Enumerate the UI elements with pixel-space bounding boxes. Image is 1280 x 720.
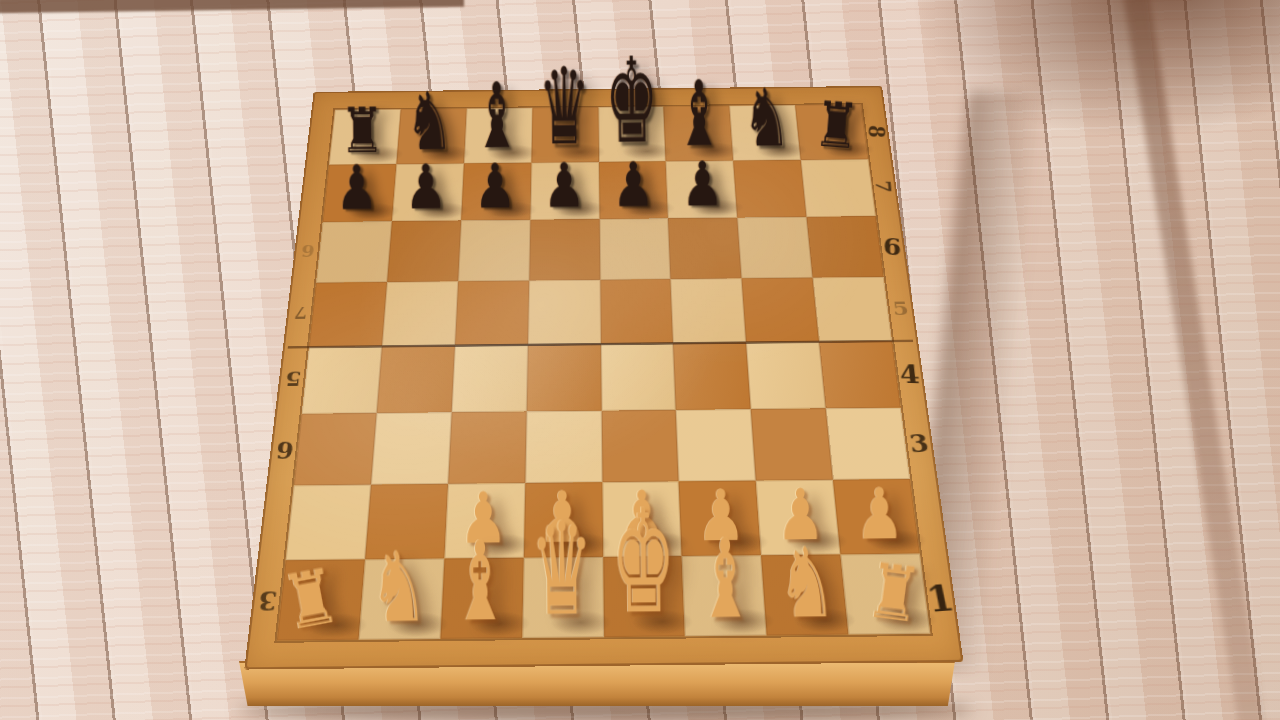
square-a4[interactable] xyxy=(302,346,382,414)
black-pawn-b7[interactable]: ♟ xyxy=(405,158,448,217)
white-rook-h1[interactable]: ♜ xyxy=(862,554,925,632)
white-knight-g1[interactable]: ♞ xyxy=(777,537,836,630)
square-h2[interactable]: ♟ xyxy=(833,479,920,555)
square-a6[interactable] xyxy=(316,221,392,282)
white-queen-d1[interactable]: ♛ xyxy=(530,510,593,633)
black-knight-b8[interactable]: ♞ xyxy=(406,83,455,160)
rank-label-right-7: 7 xyxy=(872,177,895,197)
square-h1[interactable]: ♜ xyxy=(841,554,931,635)
rank-label-left-4: 5 xyxy=(279,369,308,390)
square-g8[interactable]: ♞ xyxy=(730,105,801,160)
square-g4[interactable] xyxy=(746,341,826,409)
board-grid: ♜♞♝♛♚♝♞♜♟♟♟♟♟♟♟♟♟♟♟♟♜♞♝♛♚♝♞♜ xyxy=(277,104,931,640)
rank-label-left-6: 6 xyxy=(295,242,322,258)
black-rook-h8[interactable]: ♜ xyxy=(812,95,861,157)
white-rook-a1[interactable]: ♜ xyxy=(278,559,344,639)
rank-label-right-3: 3 xyxy=(903,431,934,457)
square-e5[interactable] xyxy=(600,279,674,344)
rank-label-left-5: 7 xyxy=(287,304,314,320)
square-f1[interactable]: ♝ xyxy=(682,556,767,637)
rank-label-right-4: 4 xyxy=(895,363,924,388)
white-pawn-h2[interactable]: ♟ xyxy=(855,482,904,550)
white-knight-b1[interactable]: ♞ xyxy=(370,541,429,634)
chessboard: ♜♞♝♛♚♝♞♜♟♟♟♟♟♟♟♟♟♟♟♟♜♞♝♛♚♝♞♜ 87654316756… xyxy=(244,86,963,670)
square-d5[interactable] xyxy=(528,280,601,345)
black-queen-d8[interactable]: ♛ xyxy=(538,58,590,159)
square-b5[interactable] xyxy=(382,281,458,346)
square-h8[interactable]: ♜ xyxy=(795,104,868,159)
square-a5[interactable] xyxy=(309,282,387,347)
rank-label-right-8: 8 xyxy=(865,121,888,141)
square-a1[interactable]: ♜ xyxy=(277,560,365,641)
square-e4[interactable] xyxy=(601,343,677,411)
black-bishop-f8[interactable]: ♝ xyxy=(675,71,722,157)
square-h3[interactable] xyxy=(826,408,910,480)
white-bishop-c1[interactable]: ♝ xyxy=(452,529,509,634)
square-h7[interactable] xyxy=(801,159,876,217)
square-d6[interactable] xyxy=(529,219,600,280)
square-c6[interactable] xyxy=(458,220,530,281)
rank-label-right-6: 6 xyxy=(880,236,905,259)
rank-label-left-1: 3 xyxy=(252,587,284,613)
black-bishop-c8[interactable]: ♝ xyxy=(474,73,521,159)
black-pawn-f7[interactable]: ♟ xyxy=(681,156,724,215)
white-bishop-f1[interactable]: ♝ xyxy=(697,526,754,631)
square-h5[interactable] xyxy=(813,277,892,341)
square-g7[interactable] xyxy=(733,160,806,218)
black-pawn-e7[interactable]: ♟ xyxy=(612,156,655,215)
square-d7[interactable]: ♟ xyxy=(530,162,599,220)
square-f7[interactable]: ♟ xyxy=(666,160,737,218)
square-b4[interactable] xyxy=(377,345,455,413)
square-b3[interactable] xyxy=(371,412,452,484)
black-king-e8[interactable]: ♚ xyxy=(605,45,659,158)
square-c7[interactable]: ♟ xyxy=(461,162,531,220)
square-g5[interactable] xyxy=(742,278,819,342)
square-f3[interactable] xyxy=(676,409,756,481)
square-b7[interactable]: ♟ xyxy=(392,163,464,221)
black-pawn-c7[interactable]: ♟ xyxy=(474,158,517,217)
square-f4[interactable] xyxy=(673,342,751,410)
square-e6[interactable] xyxy=(599,219,671,280)
square-f5[interactable] xyxy=(671,278,746,342)
square-f6[interactable] xyxy=(668,218,741,279)
rank-label-left-3: 6 xyxy=(270,438,300,461)
square-g1[interactable]: ♞ xyxy=(761,555,848,636)
square-d4[interactable] xyxy=(526,344,601,412)
white-king-e1[interactable]: ♚ xyxy=(611,495,677,632)
square-c5[interactable] xyxy=(455,280,529,345)
black-knight-g8[interactable]: ♞ xyxy=(742,80,791,157)
square-h6[interactable] xyxy=(807,216,884,277)
square-c3[interactable] xyxy=(448,412,526,484)
square-a2[interactable] xyxy=(286,484,371,560)
square-a3[interactable] xyxy=(294,413,377,485)
square-c1[interactable]: ♝ xyxy=(440,558,523,639)
square-e3[interactable] xyxy=(601,410,679,482)
square-e1[interactable]: ♚ xyxy=(603,556,686,637)
square-g3[interactable] xyxy=(751,408,833,480)
square-a7[interactable]: ♟ xyxy=(323,164,397,222)
black-pawn-a7[interactable]: ♟ xyxy=(336,159,379,218)
square-b1[interactable]: ♞ xyxy=(358,559,444,640)
square-e7[interactable]: ♟ xyxy=(599,161,669,219)
square-g6[interactable] xyxy=(737,217,812,278)
photo-of-wooden-chessboard: ♜♞♝♛♚♝♞♜♟♟♟♟♟♟♟♟♟♟♟♟♜♞♝♛♚♝♞♜ 87654316756… xyxy=(0,0,1280,720)
square-d3[interactable] xyxy=(525,411,602,483)
square-c4[interactable] xyxy=(451,344,527,412)
black-pawn-d7[interactable]: ♟ xyxy=(543,157,586,216)
square-h4[interactable] xyxy=(819,340,901,408)
rank-label-right-5: 5 xyxy=(886,298,914,318)
chessboard-scene: ♜♞♝♛♚♝♞♜♟♟♟♟♟♟♟♟♟♟♟♟♜♞♝♛♚♝♞♜ 87654316756… xyxy=(244,86,963,670)
square-b6[interactable] xyxy=(387,221,461,282)
square-d1[interactable]: ♛ xyxy=(522,557,604,638)
